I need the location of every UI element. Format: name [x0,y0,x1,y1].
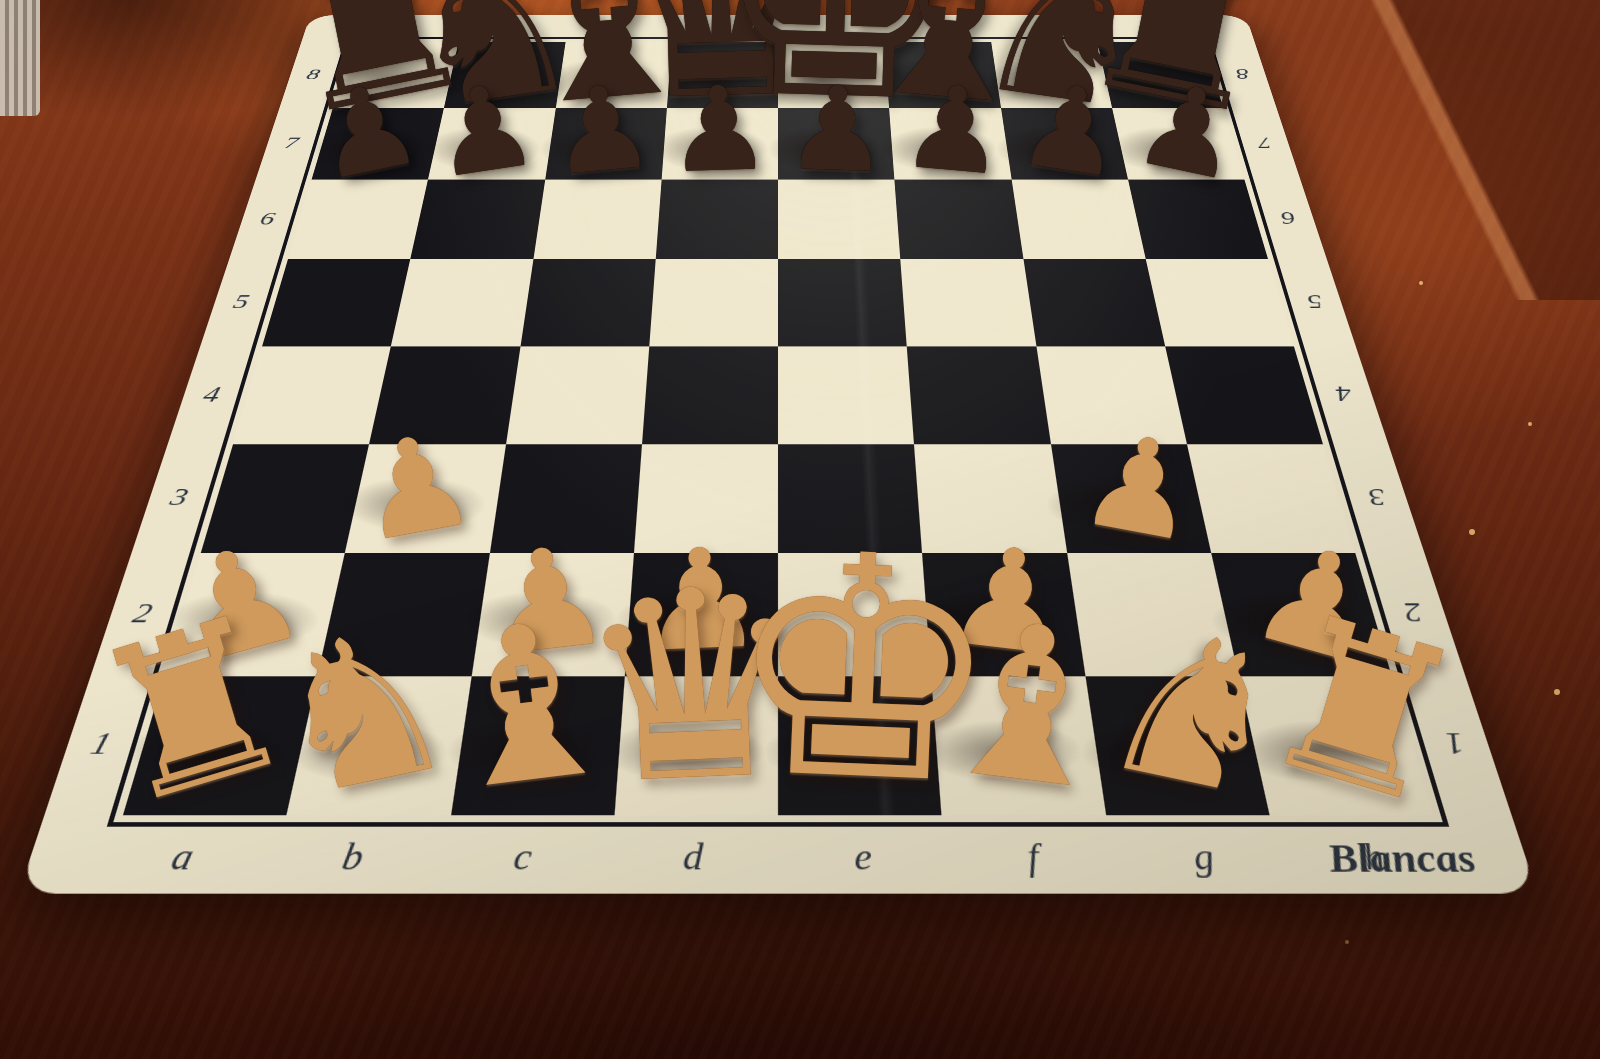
square-e1 [778,676,942,815]
file-labels-bottom: abcdefgh [89,829,1468,886]
file-labels-top: abcdefgh [346,16,1211,37]
square-b2 [318,553,490,676]
file-label-f: f [946,829,1123,886]
file-label-b: b [261,829,442,886]
file-label-h: h [1098,16,1211,37]
square-e3 [778,444,922,553]
square-a7 [312,108,445,180]
square-b4 [369,346,520,443]
file-label-c: c [433,829,610,886]
square-h4 [1165,346,1323,443]
square-a1 [123,676,318,815]
square-b1 [287,676,471,815]
square-f7 [889,108,1011,180]
square-g2 [1067,553,1239,676]
file-label-a: a [89,829,274,886]
square-b8 [444,42,565,108]
square-h7 [1112,108,1245,180]
black-side-label: Negras [342,16,413,37]
square-e2 [778,553,931,676]
square-h5 [1145,259,1293,347]
file-label-c: c [562,16,672,37]
square-a6 [288,180,428,259]
square-g4 [1036,346,1187,443]
square-b7 [428,108,555,180]
square-d7 [661,108,778,180]
square-a8 [333,42,459,108]
square-h6 [1128,180,1268,259]
square-d2 [625,553,778,676]
square-a2 [164,553,345,676]
square-f8 [884,42,1000,108]
square-e4 [778,346,914,443]
square-f4 [907,346,1050,443]
square-d5 [649,259,778,347]
square-e5 [778,259,907,347]
board-grid [123,42,1433,815]
square-f1 [931,676,1105,815]
square-c7 [545,108,667,180]
square-h8 [1097,42,1223,108]
square-h2 [1211,553,1392,676]
square-c5 [520,259,655,347]
square-c3 [489,444,641,553]
square-a5 [262,259,410,347]
square-g5 [1023,259,1165,347]
square-f6 [895,180,1023,259]
square-c8 [555,42,671,108]
file-label-b: b [454,16,565,37]
square-a4 [233,346,391,443]
square-e7 [778,108,895,180]
file-label-d: d [670,16,778,37]
square-d1 [614,676,778,815]
square-f3 [914,444,1066,553]
square-g1 [1085,676,1269,815]
square-d4 [642,346,778,443]
square-a3 [201,444,370,553]
table-crumbs [0,0,4,4]
square-c2 [471,553,634,676]
square-g3 [1050,444,1210,553]
square-c4 [506,346,649,443]
square-b3 [345,444,505,553]
square-b5 [391,259,533,347]
square-e6 [778,180,900,259]
square-g6 [1011,180,1145,259]
square-d3 [634,444,778,553]
file-label-e: e [778,16,886,37]
square-d6 [656,180,778,259]
file-label-e: e [778,829,950,886]
square-b6 [411,180,545,259]
file-label-g: g [991,16,1102,37]
file-label-g: g [1114,829,1295,886]
white-side-label: Blancas [1321,829,1484,889]
square-g8 [991,42,1112,108]
square-h3 [1187,444,1356,553]
square-g7 [1001,108,1128,180]
square-c1 [450,676,624,815]
radiator-sliver [0,0,40,116]
square-h1 [1238,676,1433,815]
file-label-f: f [885,16,995,37]
file-label-d: d [606,829,778,886]
square-f2 [922,553,1085,676]
square-d8 [667,42,778,108]
square-f5 [900,259,1035,347]
square-c6 [533,180,661,259]
square-e8 [778,42,889,108]
